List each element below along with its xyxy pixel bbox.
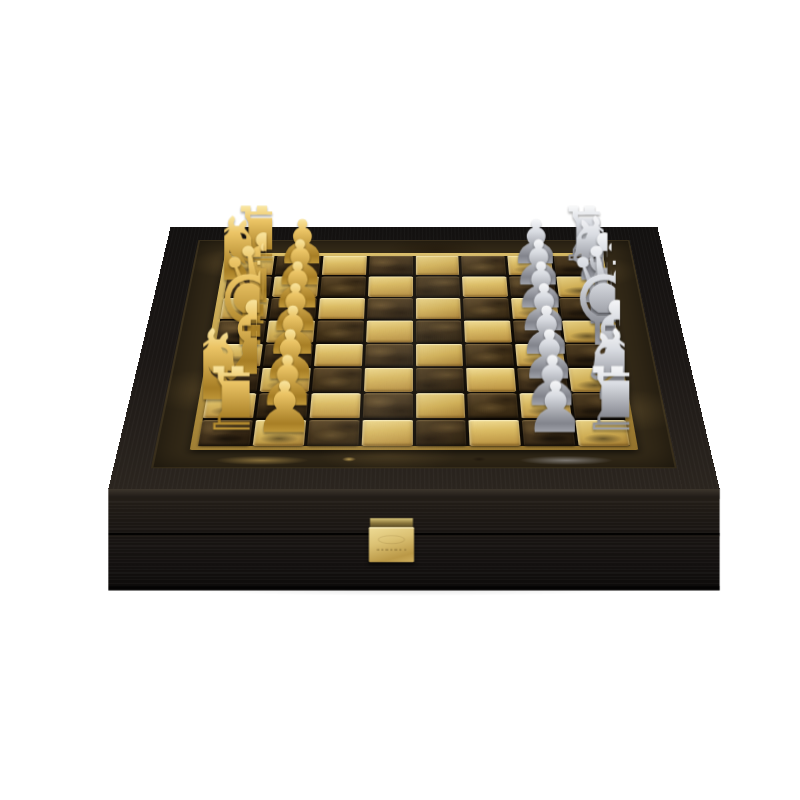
piece-cell (467, 368, 517, 392)
lid-seam (108, 533, 719, 536)
piece-cell: ♟ (522, 420, 575, 446)
case-front (108, 489, 719, 591)
scene: ♜♟♟♜♞♟♟♞♝♟♟♝♛♟♟♛♚♟♟♚♝♟♟♝♞♟♟♞♜♟♟♜ (0, 0, 800, 800)
plate-foot (342, 457, 355, 462)
piece-cell (468, 393, 519, 418)
gold-piece-reflection (214, 456, 310, 465)
piece-cell (461, 256, 506, 275)
piece-silver-pawn[interactable]: ♟ (524, 372, 575, 443)
latch-plate (369, 527, 414, 562)
latch[interactable] (369, 518, 414, 562)
piece-cell (364, 368, 413, 392)
piece-silver-rook[interactable]: ♜ (578, 356, 629, 443)
piece-cell (366, 320, 413, 342)
piece-cell: ♜ (575, 420, 630, 446)
piece-cell (416, 420, 467, 446)
piece-cell (415, 276, 460, 296)
piece-cell (362, 393, 412, 418)
board-plate: ♜♟♟♜♞♟♟♞♝♟♟♝♛♟♟♛♚♟♟♚♝♟♟♝♞♟♟♞♜♟♟♜ (190, 253, 638, 450)
silver-piece-reflection (518, 456, 614, 465)
piece-cell (469, 420, 521, 446)
piece-cell (416, 368, 465, 392)
piece-cell (368, 276, 413, 296)
piece-cell (462, 276, 508, 296)
piece-cell (369, 256, 413, 275)
piece-cell (361, 420, 412, 446)
piece-cell: ♟ (252, 420, 305, 446)
piece-cell (464, 320, 512, 342)
plate-foot (472, 457, 485, 462)
piece-gold-pawn[interactable]: ♟ (253, 372, 304, 443)
latch-flap[interactable] (370, 518, 413, 527)
piece-cell (415, 256, 459, 275)
piece-cell (416, 393, 466, 418)
piece-cell: ♜ (198, 420, 253, 446)
chess-case: ♜♟♟♜♞♟♟♞♝♟♟♝♛♟♟♛♚♟♟♚♝♟♟♝♞♟♟♞♜♟♟♜ (108, 227, 719, 489)
piece-layer: ♜♟♟♜♞♟♟♞♝♟♟♝♛♟♟♛♚♟♟♚♝♟♟♝♞♟♟♞♜♟♟♜ (198, 256, 630, 446)
piece-cell (415, 320, 462, 342)
piece-gold-rook[interactable]: ♜ (199, 356, 250, 443)
